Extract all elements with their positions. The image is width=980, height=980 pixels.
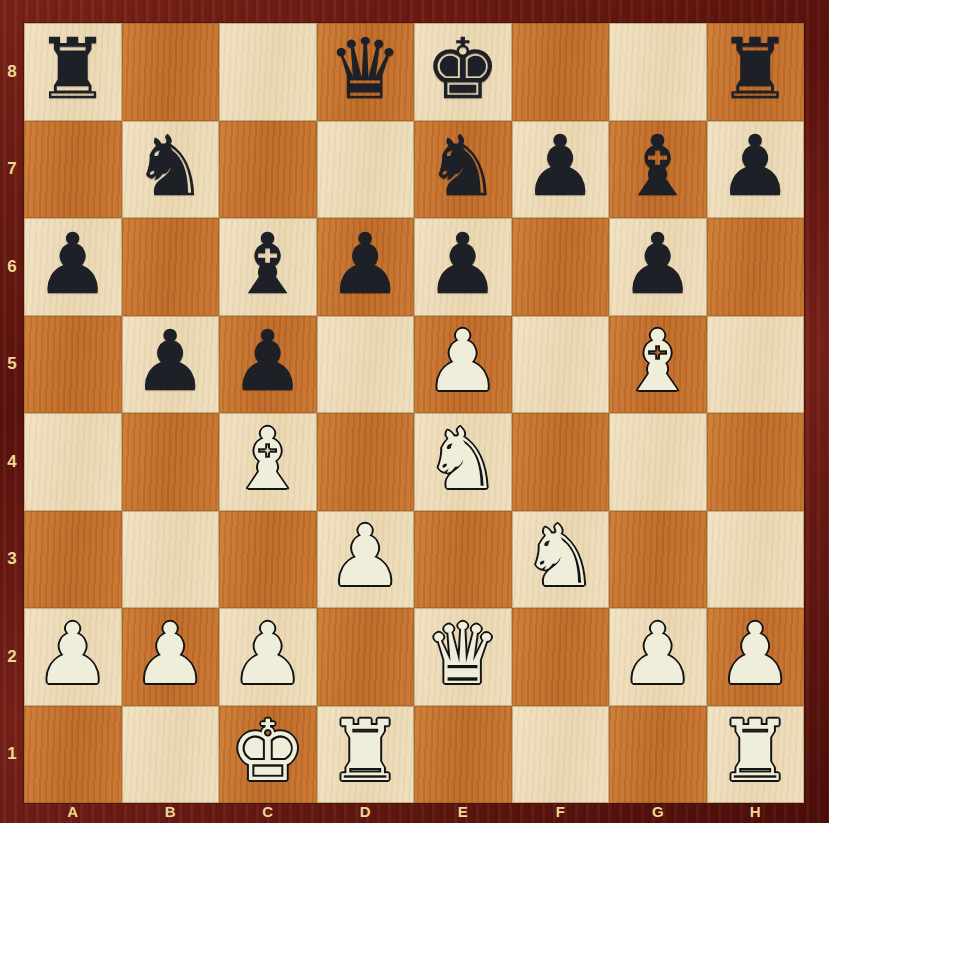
white-bishop[interactable]: ♝ [230, 417, 305, 501]
black-pawn[interactable]: ♟ [523, 124, 598, 208]
square-b8[interactable] [122, 23, 220, 121]
white-king[interactable]: ♚ [230, 709, 305, 793]
black-bishop[interactable]: ♝ [230, 222, 305, 306]
rank-label-6: 6 [0, 218, 24, 316]
black-pawn[interactable]: ♟ [718, 124, 793, 208]
file-label-h: H [707, 801, 805, 822]
square-e2[interactable]: ♛ [414, 608, 512, 706]
square-h3[interactable] [707, 511, 805, 609]
square-g3[interactable] [609, 511, 707, 609]
square-a5[interactable] [24, 316, 122, 414]
square-f1[interactable] [512, 706, 610, 804]
white-pawn[interactable]: ♟ [718, 612, 793, 696]
black-king[interactable]: ♚ [425, 27, 500, 111]
white-pawn[interactable]: ♟ [133, 612, 208, 696]
black-bishop[interactable]: ♝ [620, 124, 695, 208]
rank-label-8: 8 [0, 23, 24, 121]
black-pawn[interactable]: ♟ [230, 319, 305, 403]
square-g7[interactable]: ♝ [609, 121, 707, 219]
square-a7[interactable] [24, 121, 122, 219]
square-b4[interactable] [122, 413, 220, 511]
square-c7[interactable] [219, 121, 317, 219]
white-queen[interactable]: ♛ [425, 612, 500, 696]
chess-board-frame: 87654321 ♜♛♚♜♞♞♟♝♟♟♝♟♟♟♟♟♟♝♝♞♟♞♟♟♟♛♟♟♚♜♜… [0, 0, 829, 823]
square-h6[interactable] [707, 218, 805, 316]
square-g1[interactable] [609, 706, 707, 804]
square-d6[interactable]: ♟ [317, 218, 415, 316]
square-g2[interactable]: ♟ [609, 608, 707, 706]
page-background: 87654321 ♜♛♚♜♞♞♟♝♟♟♝♟♟♟♟♟♟♝♝♞♟♞♟♟♟♛♟♟♚♜♜… [0, 0, 980, 980]
square-c2[interactable]: ♟ [219, 608, 317, 706]
square-f8[interactable] [512, 23, 610, 121]
rank-label-3: 3 [0, 511, 24, 609]
square-d4[interactable] [317, 413, 415, 511]
white-pawn[interactable]: ♟ [328, 514, 403, 598]
square-e4[interactable]: ♞ [414, 413, 512, 511]
square-e7[interactable]: ♞ [414, 121, 512, 219]
square-f7[interactable]: ♟ [512, 121, 610, 219]
rank-label-5: 5 [0, 316, 24, 414]
black-queen[interactable]: ♛ [328, 27, 403, 111]
white-pawn[interactable]: ♟ [35, 612, 110, 696]
white-bishop[interactable]: ♝ [620, 319, 695, 403]
square-d5[interactable] [317, 316, 415, 414]
file-label-e: E [414, 801, 512, 822]
square-b5[interactable]: ♟ [122, 316, 220, 414]
square-a3[interactable] [24, 511, 122, 609]
rank-label-1: 1 [0, 706, 24, 804]
square-c1[interactable]: ♚ [219, 706, 317, 804]
black-knight[interactable]: ♞ [133, 124, 208, 208]
white-pawn[interactable]: ♟ [230, 612, 305, 696]
square-b6[interactable] [122, 218, 220, 316]
black-pawn[interactable]: ♟ [133, 319, 208, 403]
square-f2[interactable] [512, 608, 610, 706]
square-g4[interactable] [609, 413, 707, 511]
square-g8[interactable] [609, 23, 707, 121]
square-g6[interactable]: ♟ [609, 218, 707, 316]
square-a4[interactable] [24, 413, 122, 511]
square-a1[interactable] [24, 706, 122, 804]
square-b3[interactable] [122, 511, 220, 609]
square-c4[interactable]: ♝ [219, 413, 317, 511]
square-c5[interactable]: ♟ [219, 316, 317, 414]
white-rook[interactable]: ♜ [718, 709, 793, 793]
square-e8[interactable]: ♚ [414, 23, 512, 121]
file-label-f: F [512, 801, 610, 822]
square-h4[interactable] [707, 413, 805, 511]
rank-label-4: 4 [0, 413, 24, 511]
square-h5[interactable] [707, 316, 805, 414]
square-h1[interactable]: ♜ [707, 706, 805, 804]
square-a8[interactable]: ♜ [24, 23, 122, 121]
square-h8[interactable]: ♜ [707, 23, 805, 121]
white-knight[interactable]: ♞ [523, 514, 598, 598]
square-e3[interactable] [414, 511, 512, 609]
square-d8[interactable]: ♛ [317, 23, 415, 121]
square-b1[interactable] [122, 706, 220, 804]
black-knight[interactable]: ♞ [425, 124, 500, 208]
black-pawn[interactable]: ♟ [328, 222, 403, 306]
square-d2[interactable] [317, 608, 415, 706]
square-e1[interactable] [414, 706, 512, 804]
square-h7[interactable]: ♟ [707, 121, 805, 219]
square-f6[interactable] [512, 218, 610, 316]
black-pawn[interactable]: ♟ [425, 222, 500, 306]
white-pawn[interactable]: ♟ [620, 612, 695, 696]
square-d7[interactable] [317, 121, 415, 219]
black-rook[interactable]: ♜ [35, 27, 110, 111]
square-b7[interactable]: ♞ [122, 121, 220, 219]
square-a2[interactable]: ♟ [24, 608, 122, 706]
square-a6[interactable]: ♟ [24, 218, 122, 316]
square-e6[interactable]: ♟ [414, 218, 512, 316]
square-c8[interactable] [219, 23, 317, 121]
square-b2[interactable]: ♟ [122, 608, 220, 706]
rank-labels: 87654321 [0, 23, 24, 803]
file-label-d: D [317, 801, 415, 822]
file-labels: ABCDEFGH [24, 801, 804, 822]
rank-label-7: 7 [0, 121, 24, 219]
file-label-b: B [122, 801, 220, 822]
square-g5[interactable]: ♝ [609, 316, 707, 414]
square-f3[interactable]: ♞ [512, 511, 610, 609]
black-pawn[interactable]: ♟ [620, 222, 695, 306]
black-pawn[interactable]: ♟ [35, 222, 110, 306]
file-label-g: G [609, 801, 707, 822]
white-knight[interactable]: ♞ [425, 417, 500, 501]
rank-label-2: 2 [0, 608, 24, 706]
square-f5[interactable] [512, 316, 610, 414]
square-c6[interactable]: ♝ [219, 218, 317, 316]
file-label-c: C [219, 801, 317, 822]
square-c3[interactable] [219, 511, 317, 609]
square-e5[interactable]: ♟ [414, 316, 512, 414]
square-d1[interactable]: ♜ [317, 706, 415, 804]
board: ♜♛♚♜♞♞♟♝♟♟♝♟♟♟♟♟♟♝♝♞♟♞♟♟♟♛♟♟♚♜♜ [24, 23, 804, 803]
square-f4[interactable] [512, 413, 610, 511]
white-pawn[interactable]: ♟ [425, 319, 500, 403]
black-rook[interactable]: ♜ [718, 27, 793, 111]
file-label-a: A [24, 801, 122, 822]
square-d3[interactable]: ♟ [317, 511, 415, 609]
white-rook[interactable]: ♜ [328, 709, 403, 793]
square-h2[interactable]: ♟ [707, 608, 805, 706]
